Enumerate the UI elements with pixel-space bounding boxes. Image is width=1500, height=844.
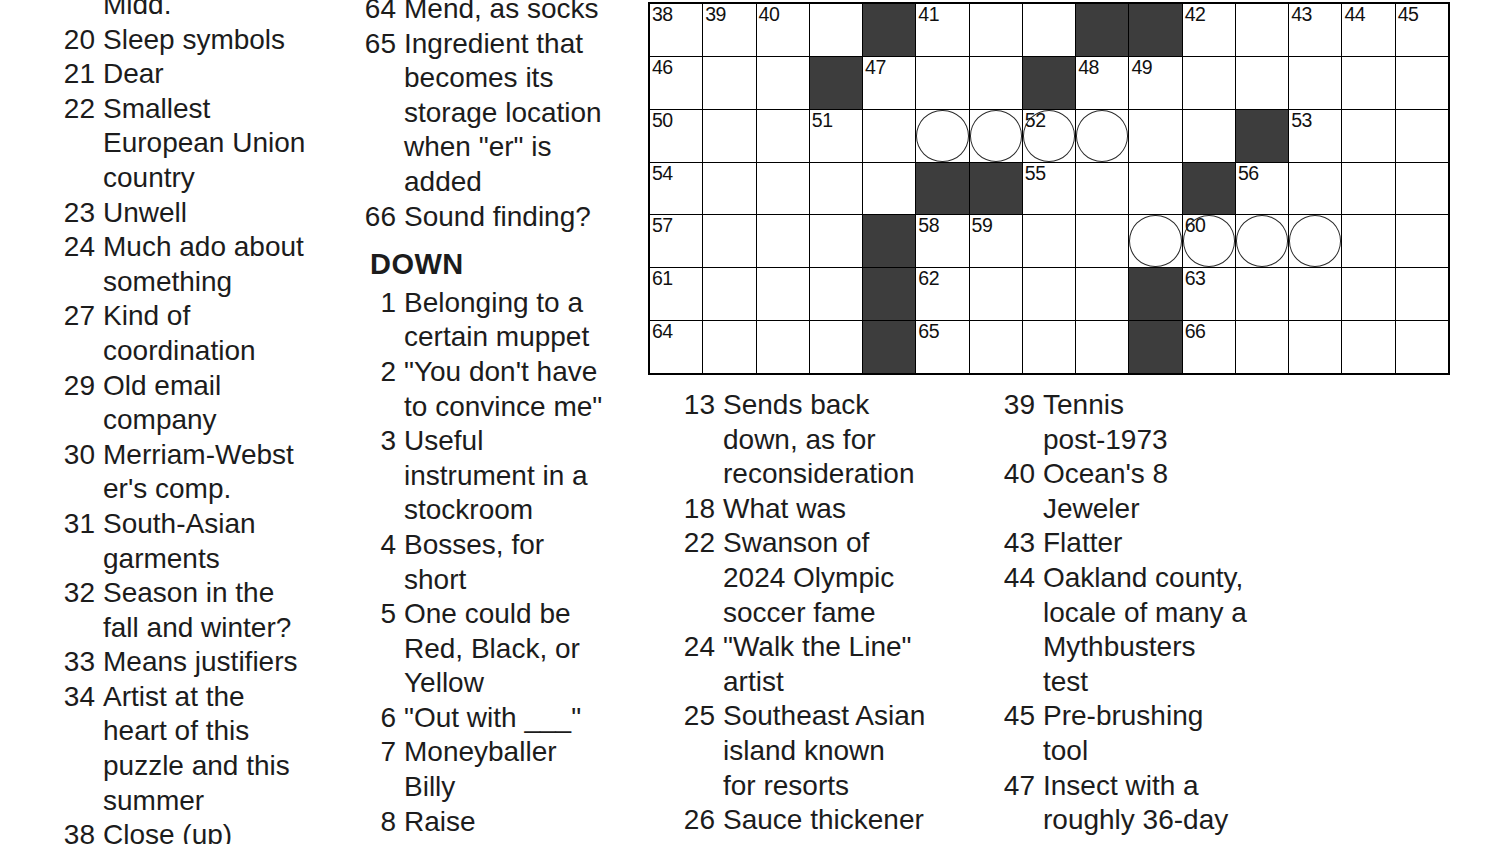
grid-cell[interactable]: 39	[703, 4, 755, 56]
clue-text: What was	[723, 492, 846, 527]
clue-text: European Union	[103, 126, 305, 161]
clue-line[interactable]: 32Season in the	[57, 576, 357, 611]
clue-text: Mend, as socks	[404, 0, 599, 27]
clue-line[interactable]: 2"You don't have	[360, 355, 645, 390]
grid-cell[interactable]	[1076, 110, 1128, 162]
clue-number: 64	[360, 0, 404, 27]
grid-cell[interactable]: 58	[916, 215, 968, 267]
clue-number: 29	[57, 369, 103, 404]
clue-number	[360, 493, 404, 528]
cell-number: 48	[1078, 57, 1099, 78]
grid-cell[interactable]	[1396, 321, 1448, 373]
clue-line[interactable]: to convince me"	[360, 390, 645, 425]
grid-cell[interactable]	[970, 110, 1022, 162]
clue-line[interactable]: coordination	[57, 334, 357, 369]
clue-line[interactable]: 5One could be	[360, 597, 645, 632]
clue-line[interactable]: locale of many a	[1002, 596, 1292, 631]
grid-cell[interactable]	[703, 321, 755, 373]
grid-cell-black	[1236, 110, 1288, 162]
clue-text: South-Asian	[103, 507, 256, 542]
clue-line[interactable]: test	[1002, 665, 1292, 700]
clue-text: Jeweler	[1043, 492, 1139, 527]
grid-cell[interactable]	[1129, 163, 1181, 215]
grid-cell[interactable]: 56	[1236, 163, 1288, 215]
clue-line[interactable]: 2024 Olympic	[682, 561, 972, 596]
clue-text: Tennis	[1043, 388, 1124, 423]
cell-number: 59	[972, 215, 993, 236]
clue-text: down, as for	[723, 423, 876, 458]
clue-number: 31	[57, 507, 103, 542]
clue-text: short	[404, 563, 466, 598]
clue-number	[57, 611, 103, 646]
clue-line[interactable]: 20Sleep symbols	[57, 23, 357, 58]
clue-text: coordination	[103, 334, 256, 369]
clue-line[interactable]: artist	[682, 665, 972, 700]
clue-number: 7	[360, 735, 404, 770]
grid-cell[interactable]: 43	[1289, 4, 1341, 56]
clue-text: Moneyballer	[404, 735, 557, 770]
grid-cell[interactable]	[810, 268, 862, 320]
clue-text: stockroom	[404, 493, 533, 528]
grid-cell-black	[916, 163, 968, 215]
grid-cell[interactable]	[970, 268, 1022, 320]
clue-text: Flatter	[1043, 526, 1122, 561]
clue-line[interactable]: 13Sends back	[682, 388, 972, 423]
clue-text: artist	[723, 665, 784, 700]
clue-line[interactable]: 34Artist at the	[57, 680, 357, 715]
clue-number	[1002, 803, 1043, 838]
clue-number	[1002, 665, 1043, 700]
clue-text: Belonging to a	[404, 286, 583, 321]
clue-number	[57, 265, 103, 300]
clue-text: instrument in a	[404, 459, 588, 494]
grid-cell[interactable]	[1342, 268, 1394, 320]
clue-number	[682, 769, 723, 804]
clue-line[interactable]: island known	[682, 734, 972, 769]
clue-number: 26	[682, 803, 723, 838]
clue-line[interactable]: 66Sound finding?	[360, 200, 645, 235]
clue-text: becomes its	[404, 61, 553, 96]
grid-cell-black	[1129, 268, 1181, 320]
grid-cell[interactable]	[1342, 163, 1394, 215]
clue-number: 5	[360, 597, 404, 632]
clue-number	[360, 563, 404, 598]
grid-cell[interactable]	[757, 110, 809, 162]
clue-line[interactable]: roughly 36-day	[1002, 803, 1292, 838]
clue-number	[682, 457, 723, 492]
grid-cell[interactable]: 61	[650, 268, 702, 320]
grid-cell[interactable]	[1289, 321, 1341, 373]
clue-text: Yellow	[404, 666, 484, 701]
clue-number	[1002, 734, 1043, 769]
clue-text: when "er" is	[404, 130, 552, 165]
clue-number	[360, 459, 404, 494]
cell-number: 44	[1344, 4, 1365, 25]
grid-cell[interactable]	[1023, 4, 1075, 56]
grid-cell[interactable]	[916, 110, 968, 162]
clue-line[interactable]: 26Sauce thickener	[682, 803, 972, 838]
clue-line[interactable]: 27Kind of	[57, 299, 357, 334]
grid-cell[interactable]	[757, 268, 809, 320]
clue-text: island known	[723, 734, 885, 769]
clue-number	[57, 334, 103, 369]
clue-text: test	[1043, 665, 1088, 700]
clue-line[interactable]: 25Southeast Asian	[682, 699, 972, 734]
clue-number: 13	[682, 388, 723, 423]
grid-cell-black	[1129, 321, 1181, 373]
clue-number	[682, 665, 723, 700]
grid-cell[interactable]	[1396, 110, 1448, 162]
grid-cell[interactable]	[1023, 215, 1075, 267]
clue-line[interactable]: 38Close (up)	[57, 818, 357, 844]
clue-line[interactable]: Jeweler	[1002, 492, 1292, 527]
clue-number: 23	[57, 196, 103, 231]
grid-cell[interactable]	[1023, 321, 1075, 373]
cell-number: 51	[812, 110, 833, 131]
clue-text: Sleep symbols	[103, 23, 285, 58]
grid-cell[interactable]	[863, 163, 915, 215]
grid-cell[interactable]	[1342, 110, 1394, 162]
clue-line[interactable]: European Union	[57, 126, 357, 161]
grid-cell[interactable]: 52	[1023, 110, 1075, 162]
clue-number: 25	[682, 699, 723, 734]
grid-cell[interactable]	[1076, 321, 1128, 373]
grid-cell[interactable]	[1289, 57, 1341, 109]
circle-marker	[1129, 215, 1181, 267]
grid-cell[interactable]	[1396, 57, 1448, 109]
grid-cell[interactable]: 66	[1183, 321, 1235, 373]
grid-cell-black	[863, 321, 915, 373]
clue-number	[1002, 630, 1043, 665]
clue-number: 38	[57, 818, 103, 844]
clue-line[interactable]: Billy	[360, 770, 645, 805]
clue-text: something	[103, 265, 232, 300]
clues-column-down-mid: 13Sends backdown, as forreconsideration1…	[682, 388, 972, 838]
clue-line[interactable]: tool	[1002, 734, 1292, 769]
clue-text: Merriam-Webst	[103, 438, 294, 473]
grid-cell[interactable]	[1023, 268, 1075, 320]
grid-cell[interactable]	[1129, 215, 1181, 267]
grid-cell[interactable]	[703, 57, 755, 109]
clue-text: "Out with ___"	[404, 701, 581, 736]
clue-line[interactable]: heart of this	[57, 714, 357, 749]
circle-marker	[1076, 110, 1128, 162]
clue-number: 33	[57, 645, 103, 680]
grid-cell[interactable]	[1396, 163, 1448, 215]
clue-number	[360, 130, 404, 165]
grid-cell-black	[863, 215, 915, 267]
clue-text: Sound finding?	[404, 200, 591, 235]
clue-text: Mythbusters	[1043, 630, 1196, 665]
clue-line[interactable]: 3Useful	[360, 424, 645, 459]
grid-cell[interactable]	[1342, 321, 1394, 373]
cell-number: 40	[759, 4, 780, 25]
clue-line[interactable]: 8Raise	[360, 805, 645, 840]
clue-line[interactable]: garments	[57, 542, 357, 577]
grid-cell[interactable]	[970, 4, 1022, 56]
clue-number	[1002, 492, 1043, 527]
cell-number: 62	[918, 268, 939, 289]
grid-cell[interactable]	[863, 110, 915, 162]
grid-cell[interactable]: 53	[1289, 110, 1341, 162]
grid-cell[interactable]	[1129, 110, 1181, 162]
grid-cell[interactable]	[757, 215, 809, 267]
clue-line[interactable]: Midd.	[57, 0, 357, 23]
grid-cell[interactable]	[810, 215, 862, 267]
grid-cell[interactable]: 44	[1342, 4, 1394, 56]
clue-number: 8	[360, 805, 404, 840]
clue-line[interactable]: company	[57, 403, 357, 438]
clue-number	[682, 423, 723, 458]
grid-cell[interactable]: 41	[916, 4, 968, 56]
grid-cell[interactable]	[916, 57, 968, 109]
cell-number: 61	[652, 268, 673, 289]
clue-number: 20	[57, 23, 103, 58]
grid-cell[interactable]	[1236, 57, 1288, 109]
clue-line[interactable]: 24Much ado about	[57, 230, 357, 265]
clue-line[interactable]: instrument in a	[360, 459, 645, 494]
cell-number: 58	[918, 215, 939, 236]
clue-text: tool	[1043, 734, 1088, 769]
clue-text: Unwell	[103, 196, 187, 231]
clue-line[interactable]: storage location	[360, 96, 645, 131]
clue-text: Pre-brushing	[1043, 699, 1203, 734]
grid-cell[interactable]	[703, 215, 755, 267]
clue-line[interactable]: 23Unwell	[57, 196, 357, 231]
clue-number	[360, 96, 404, 131]
grid-cell[interactable]: 59	[970, 215, 1022, 267]
grid-cell[interactable]	[1396, 215, 1448, 267]
clue-number: 30	[57, 438, 103, 473]
grid-cell[interactable]	[757, 57, 809, 109]
clue-text: Red, Black, or	[404, 632, 580, 667]
cell-number: 46	[652, 57, 673, 78]
clue-line[interactable]: something	[57, 265, 357, 300]
clue-line[interactable]: 9Transportation	[360, 839, 645, 844]
clue-line[interactable]: summer	[57, 784, 357, 819]
cell-number: 53	[1291, 110, 1312, 131]
clue-line[interactable]: 33Means justifiers	[57, 645, 357, 680]
clue-text: Sends back	[723, 388, 869, 423]
cell-number: 56	[1238, 163, 1259, 184]
clue-line[interactable]: post-1973	[1002, 423, 1292, 458]
clue-text: reconsideration	[723, 457, 914, 492]
grid-cell[interactable]: 49	[1129, 57, 1181, 109]
clue-line[interactable]: for resorts	[682, 769, 972, 804]
clue-line[interactable]: 39Tennis	[1002, 388, 1292, 423]
cell-number: 50	[652, 110, 673, 131]
clue-line[interactable]: short	[360, 563, 645, 598]
grid-cell[interactable]: 38	[650, 4, 702, 56]
grid-cell[interactable]	[810, 321, 862, 373]
grid-cell[interactable]	[703, 268, 755, 320]
clue-number	[360, 390, 404, 425]
grid-cell-black	[863, 268, 915, 320]
clue-text: heart of this	[103, 714, 249, 749]
grid-cell[interactable]	[970, 57, 1022, 109]
clue-text: Means justifiers	[103, 645, 298, 680]
clue-number	[360, 770, 404, 805]
circle-marker	[970, 110, 1022, 162]
circle-marker	[916, 110, 968, 162]
clue-line[interactable]: Mythbusters	[1002, 630, 1292, 665]
clue-line[interactable]: 64Mend, as socks	[360, 0, 645, 27]
clue-text: 2024 Olympic	[723, 561, 894, 596]
clue-line[interactable]: 21Dear	[57, 57, 357, 92]
clue-number: 22	[682, 526, 723, 561]
grid-cell[interactable]	[810, 4, 862, 56]
grid-cell[interactable]	[1076, 215, 1128, 267]
grid-cell[interactable]: 51	[810, 110, 862, 162]
clue-number	[1002, 596, 1043, 631]
grid-cell[interactable]	[1236, 321, 1288, 373]
grid-cell[interactable]	[1342, 215, 1394, 267]
grid-cell[interactable]	[1342, 57, 1394, 109]
clue-line[interactable]: 1Belonging to a	[360, 286, 645, 321]
grid-cell-black	[1023, 57, 1075, 109]
clue-text: One could be	[404, 597, 571, 632]
clue-line[interactable]: certain muppet	[360, 320, 645, 355]
clue-line[interactable]: added	[360, 165, 645, 200]
grid-cell[interactable]	[757, 163, 809, 215]
clue-text: Old email	[103, 369, 221, 404]
clue-text: "You don't have	[404, 355, 597, 390]
grid-cell[interactable]: 46	[650, 57, 702, 109]
clue-number: 65	[360, 27, 404, 62]
grid-cell[interactable]	[703, 110, 755, 162]
clue-text: Billy	[404, 770, 455, 805]
clue-line[interactable]: Red, Black, or	[360, 632, 645, 667]
clue-line[interactable]: 44Oakland county,	[1002, 561, 1292, 596]
clue-line[interactable]: down, as for	[682, 423, 972, 458]
clue-line[interactable]: reconsideration	[682, 457, 972, 492]
grid-cell[interactable]: 45	[1396, 4, 1448, 56]
grid-cell[interactable]	[1289, 215, 1341, 267]
clue-line[interactable]: becomes its	[360, 61, 645, 96]
clue-text: er's comp.	[103, 472, 231, 507]
clue-line[interactable]: 18What was	[682, 492, 972, 527]
clue-line[interactable]: 45Pre-brushing	[1002, 699, 1292, 734]
clue-number	[57, 784, 103, 819]
clue-number: 22	[57, 92, 103, 127]
clue-line[interactable]: 43Flatter	[1002, 526, 1292, 561]
clue-text: Artist at the	[103, 680, 245, 715]
grid-cell[interactable]	[1236, 4, 1288, 56]
grid-cell[interactable]	[970, 321, 1022, 373]
clue-line[interactable]: 40Ocean's 8	[1002, 457, 1292, 492]
clue-line[interactable]: 47Insect with a	[1002, 769, 1292, 804]
grid-cell[interactable]	[703, 163, 755, 215]
grid-cell-black	[810, 57, 862, 109]
grid-cell[interactable]	[1183, 57, 1235, 109]
clue-number	[57, 714, 103, 749]
clue-line[interactable]: when "er" is	[360, 130, 645, 165]
grid-cell[interactable]: 64	[650, 321, 702, 373]
clues-column-across-left: Midd.20Sleep symbols21Dear22SmallestEuro…	[57, 0, 357, 844]
cell-number: 52	[1025, 110, 1046, 131]
clue-line[interactable]: Yellow	[360, 666, 645, 701]
cell-number: 43	[1291, 4, 1312, 25]
clue-number	[57, 542, 103, 577]
clue-text: country	[103, 161, 195, 196]
clue-text: Transportation	[404, 839, 584, 844]
clue-line[interactable]: soccer fame	[682, 596, 972, 631]
grid-cell[interactable]: 40	[757, 4, 809, 56]
grid-cell[interactable]	[1236, 268, 1288, 320]
clue-line[interactable]: stockroom	[360, 493, 645, 528]
grid-cell[interactable]	[1183, 110, 1235, 162]
clue-line[interactable]: 65Ingredient that	[360, 27, 645, 62]
clue-line[interactable]: 30Merriam-Webst	[57, 438, 357, 473]
clues-down-1-9: 1Belonging to acertain muppet2"You don't…	[360, 286, 645, 844]
clue-line[interactable]: 7Moneyballer	[360, 735, 645, 770]
grid-cell[interactable]: 55	[1023, 163, 1075, 215]
clue-text: Kind of	[103, 299, 190, 334]
down-heading: DOWN	[370, 247, 645, 282]
cell-number: 64	[652, 321, 673, 342]
grid-cell[interactable]: 54	[650, 163, 702, 215]
grid-cell-black	[863, 4, 915, 56]
clue-line[interactable]: 4Bosses, for	[360, 528, 645, 563]
clue-text: Southeast Asian	[723, 699, 925, 734]
cell-number: 42	[1185, 4, 1206, 25]
grid-cell[interactable]: 60	[1183, 215, 1235, 267]
clue-text: fall and winter?	[103, 611, 291, 646]
clue-text: Oakland county,	[1043, 561, 1243, 596]
grid-cell[interactable]: 57	[650, 215, 702, 267]
clue-number: 2	[360, 355, 404, 390]
grid-cell[interactable]: 48	[1076, 57, 1128, 109]
clue-number	[57, 749, 103, 784]
grid-cell[interactable]: 65	[916, 321, 968, 373]
grid-cell[interactable]	[1076, 268, 1128, 320]
clue-text: Useful	[404, 424, 483, 459]
clue-line[interactable]: 24"Walk the Line"	[682, 630, 972, 665]
clue-line[interactable]: 6"Out with ___"	[360, 701, 645, 736]
clue-line[interactable]: puzzle and this	[57, 749, 357, 784]
clue-number	[57, 161, 103, 196]
grid-cell[interactable]: 50	[650, 110, 702, 162]
grid-cell[interactable]	[1396, 268, 1448, 320]
cell-number: 39	[705, 4, 726, 25]
grid-cell[interactable]: 47	[863, 57, 915, 109]
clue-number: 39	[1002, 388, 1043, 423]
clue-text: for resorts	[723, 769, 849, 804]
grid-cell[interactable]: 62	[916, 268, 968, 320]
clue-number	[360, 666, 404, 701]
grid-cell[interactable]: 42	[1183, 4, 1235, 56]
grid-cell[interactable]	[1236, 215, 1288, 267]
clue-line[interactable]: 31South-Asian	[57, 507, 357, 542]
clue-line[interactable]: fall and winter?	[57, 611, 357, 646]
clue-line[interactable]: 22Smallest	[57, 92, 357, 127]
clue-number	[57, 472, 103, 507]
clue-line[interactable]: 29Old email	[57, 369, 357, 404]
clue-line[interactable]: 22Swanson of	[682, 526, 972, 561]
grid-cell[interactable]	[810, 163, 862, 215]
grid-cell[interactable]: 63	[1183, 268, 1235, 320]
clue-line[interactable]: er's comp.	[57, 472, 357, 507]
grid-cell[interactable]	[1289, 163, 1341, 215]
clue-text: Dear	[103, 57, 164, 92]
cell-number: 41	[918, 4, 939, 25]
grid-cell[interactable]	[1076, 163, 1128, 215]
grid-cell[interactable]	[1289, 268, 1341, 320]
clue-number	[682, 734, 723, 769]
grid-cell[interactable]	[757, 321, 809, 373]
clue-text: storage location	[404, 96, 602, 131]
clue-line[interactable]: country	[57, 161, 357, 196]
